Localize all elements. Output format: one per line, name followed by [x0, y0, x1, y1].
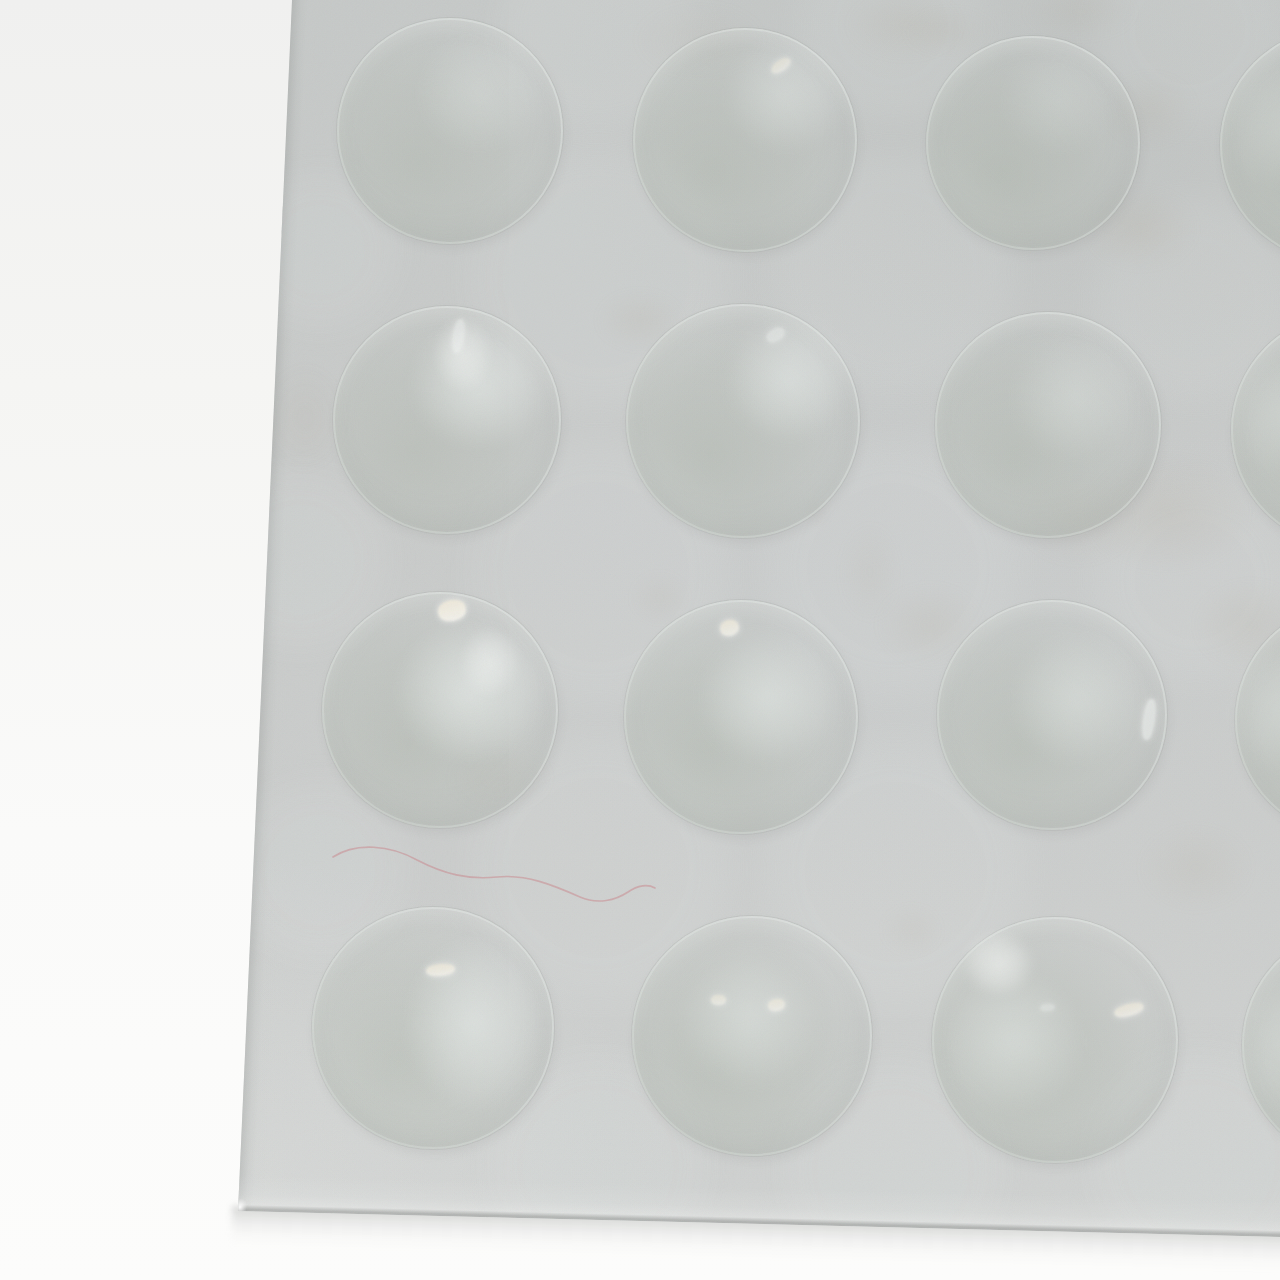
photo-scene	[0, 0, 1280, 1280]
photo-grain	[0, 0, 1280, 1280]
glass-dome-panel	[0, 0, 1280, 1280]
